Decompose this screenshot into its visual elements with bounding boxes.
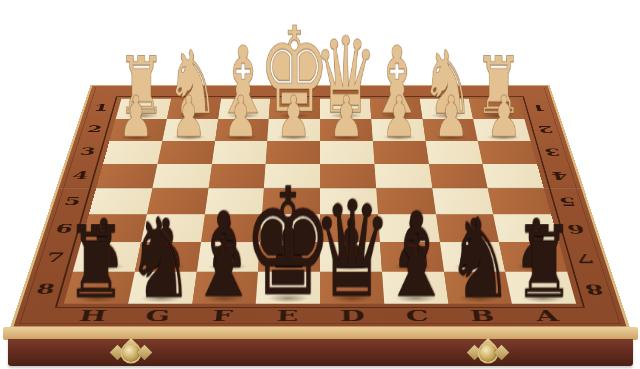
square-f2: ♟ — [215, 119, 269, 141]
square-b2: ♟ — [422, 119, 478, 141]
piece-white-pawn-e2: ♟ — [276, 94, 311, 140]
piece-white-pawn-f2: ♟ — [224, 94, 259, 140]
piece-white-pawn-g2: ♟ — [171, 94, 206, 140]
piece-black-knight-b8: ♞ — [447, 215, 514, 303]
rank-label: 7 — [563, 243, 607, 273]
rank-label: 6 — [555, 215, 598, 243]
file-label: C — [384, 307, 451, 326]
file-label: E — [254, 307, 320, 326]
square-f8: ♝ — [192, 272, 258, 304]
piece-black-rook-h8: ♜ — [66, 224, 126, 303]
piece-white-pawn-h2: ♟ — [119, 94, 154, 140]
square-a3 — [478, 141, 537, 164]
square-b4 — [428, 164, 487, 188]
rank-label: 4 — [60, 163, 99, 188]
square-a8: ♜ — [505, 272, 576, 304]
piece-white-pawn-b2: ♟ — [434, 94, 469, 140]
square-g3 — [157, 141, 214, 164]
square-e8: ♚ — [256, 272, 320, 304]
square-e2: ♟ — [267, 119, 320, 141]
box-front-side — [8, 339, 633, 366]
file-label: A — [513, 307, 582, 326]
rank-label: 8 — [22, 273, 68, 306]
square-d2: ♟ — [320, 119, 373, 141]
piece-black-queen-d8: ♛ — [312, 197, 392, 303]
square-h3 — [103, 141, 162, 164]
square-a4 — [483, 164, 544, 188]
board-grid: ♜♞♝♚♛♝♞♜♟♟♟♟♟♟♟♟♟♟♟♟♟♟♟♟♜♞♝♚♛♝♞♜ — [64, 99, 576, 304]
chess-set-photo: 12345678 12345678 HGFEDCBA ♜♞♝♚♛♝♞♜♟♟♟♟♟… — [0, 0, 640, 369]
square-b3 — [425, 141, 482, 164]
rank-label: 1 — [83, 97, 118, 118]
square-g4 — [152, 164, 211, 188]
file-label: G — [123, 307, 191, 326]
rank-label: 2 — [76, 118, 113, 140]
square-h4 — [96, 164, 157, 188]
piece-black-bishop-f8: ♝ — [189, 209, 260, 302]
brass-clasp-right — [468, 343, 508, 362]
file-label: B — [449, 307, 517, 326]
clasp-medallion — [480, 344, 497, 361]
square-b8: ♞ — [444, 272, 513, 304]
brass-clasp-left — [111, 343, 151, 362]
square-a2: ♟ — [473, 119, 530, 141]
rank-label: 2 — [527, 118, 564, 140]
file-labels-bottom: HGFEDCBA — [58, 307, 583, 326]
rank-label: 3 — [69, 140, 107, 163]
rank-label: 5 — [547, 188, 588, 214]
square-g8: ♞ — [128, 272, 197, 304]
square-c3 — [373, 141, 429, 164]
file-label: F — [189, 307, 256, 326]
piece-white-pawn-a2: ♟ — [487, 94, 522, 140]
piece-white-pawn-c2: ♟ — [382, 94, 417, 140]
rank-label: 8 — [571, 273, 617, 306]
rank-label: 1 — [521, 97, 556, 118]
square-h2: ♟ — [110, 119, 167, 141]
rank-label: 3 — [533, 140, 571, 163]
square-h8: ♜ — [64, 272, 135, 304]
rank-label: 4 — [540, 163, 579, 188]
square-g2: ♟ — [162, 119, 218, 141]
file-label: D — [320, 307, 386, 326]
square-c2: ♟ — [371, 119, 425, 141]
file-label: H — [58, 307, 127, 326]
chess-board: 12345678 12345678 HGFEDCBA ♜♞♝♚♛♝♞♜♟♟♟♟♟… — [10, 85, 630, 328]
square-d8: ♛ — [320, 272, 384, 304]
piece-black-knight-g8: ♞ — [127, 215, 194, 303]
piece-white-pawn-d2: ♟ — [329, 94, 364, 140]
board-scene: 12345678 12345678 HGFEDCBA ♜♞♝♚♛♝♞♜♟♟♟♟♟… — [10, 76, 630, 328]
clasp-medallion — [123, 344, 140, 361]
